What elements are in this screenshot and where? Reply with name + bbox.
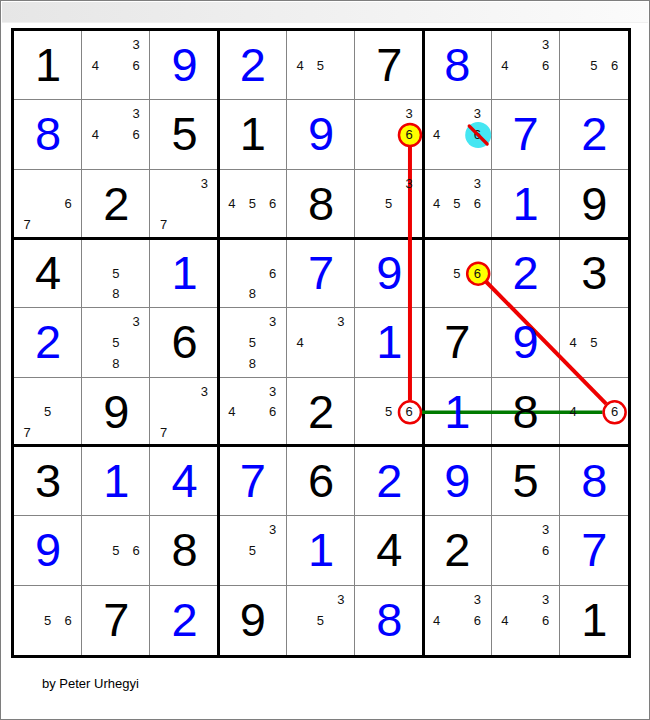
given-digit: 3 <box>581 249 606 296</box>
given-digit: 9 <box>103 388 128 435</box>
candidate-digit: 5 <box>584 332 605 353</box>
candidate-digit: 6 <box>467 193 487 214</box>
candidate-digit: 3 <box>262 381 282 402</box>
solved-digit: 9 <box>376 249 401 296</box>
cell-r4c7[interactable]: 56 <box>423 239 491 308</box>
cell-r8c2[interactable]: 56 <box>82 516 150 585</box>
pencil-marks: 56 <box>358 381 419 443</box>
pencil-marks: 56 <box>563 34 625 96</box>
cell-r7c4[interactable]: 7 <box>219 447 287 516</box>
solved-digit: 9 <box>35 526 60 573</box>
cell-r6c3[interactable]: 37 <box>150 378 218 447</box>
cell-r4c6[interactable]: 9 <box>355 239 423 308</box>
candidate-digit: 3 <box>535 519 555 540</box>
candidate-digit: 4 <box>426 610 446 631</box>
candidate-digit: 5 <box>106 540 126 561</box>
cell-r8c1[interactable]: 9 <box>14 516 82 585</box>
candidate-digit: 6 <box>126 55 146 76</box>
candidate-digit: 4 <box>426 193 446 214</box>
pencil-marks: 56 <box>426 242 487 304</box>
cell-r1c3[interactable]: 9 <box>150 31 218 100</box>
cell-r9c8[interactable]: 346 <box>492 586 560 655</box>
candidate-digit: 6 <box>262 401 282 422</box>
candidate-digit: 4 <box>222 193 242 214</box>
candidate-digit: 3 <box>331 589 351 610</box>
given-digit: 4 <box>376 526 401 573</box>
solved-digit: 7 <box>581 526 606 573</box>
candidate-digit: 6 <box>58 193 78 214</box>
candidate-digit: 5 <box>106 263 126 284</box>
candidate-digit: 5 <box>106 332 126 353</box>
cell-r2c2[interactable]: 346 <box>82 100 150 169</box>
candidate-digit: 4 <box>426 124 446 145</box>
given-digit: 4 <box>35 249 60 296</box>
cell-r7c2[interactable]: 1 <box>82 447 150 516</box>
cell-r8c6[interactable]: 4 <box>355 516 423 585</box>
cell-r4c9[interactable]: 3 <box>560 239 628 308</box>
solved-digit: 8 <box>581 457 606 504</box>
cell-r2c3[interactable]: 5 <box>150 100 218 169</box>
cell-r5c3[interactable]: 6 <box>150 308 218 377</box>
given-digit: 7 <box>103 596 128 643</box>
pencil-marks: 45 <box>563 311 625 373</box>
solved-digit: 1 <box>444 388 469 435</box>
cell-r9c9[interactable]: 1 <box>560 586 628 655</box>
solved-digit: 7 <box>240 457 265 504</box>
pencil-marks: 36 <box>358 103 419 165</box>
solved-digit: 2 <box>240 41 265 88</box>
given-digit: 5 <box>513 457 538 504</box>
pencil-marks: 346 <box>85 103 146 165</box>
cell-r2c7[interactable]: 346 <box>423 100 491 169</box>
cell-r4c1[interactable]: 4 <box>14 239 82 308</box>
given-digit: 1 <box>581 596 606 643</box>
given-digit: 7 <box>376 41 401 88</box>
pencil-marks: 57 <box>17 381 78 443</box>
pencil-marks: 346 <box>495 34 556 96</box>
pencil-marks: 35 <box>290 589 351 652</box>
given-digit: 7 <box>444 318 469 365</box>
candidate-digit: 7 <box>17 422 37 443</box>
given-digit: 2 <box>444 526 469 573</box>
pencil-marks: 37 <box>153 381 214 443</box>
cell-r5c4[interactable]: 358 <box>219 308 287 377</box>
solved-digit: 2 <box>581 110 606 157</box>
cell-r5c2[interactable]: 358 <box>82 308 150 377</box>
cell-r4c2[interactable]: 58 <box>82 239 150 308</box>
candidate-digit: 6 <box>126 124 146 145</box>
candidate-digit: 3 <box>467 589 487 610</box>
solved-digit: 1 <box>376 318 401 365</box>
cell-r5c7[interactable]: 7 <box>423 308 491 377</box>
candidate-digit: 3 <box>331 311 351 332</box>
pencil-marks: 456 <box>222 173 283 235</box>
candidate-digit: 6 <box>467 263 487 284</box>
solved-digit: 9 <box>444 457 469 504</box>
candidate-digit: 5 <box>37 401 57 422</box>
pencil-marks: 346 <box>222 381 283 443</box>
candidate-digit: 4 <box>563 332 584 353</box>
sudoku-grid: 1346924578346568346519363467267237456835… <box>14 31 628 655</box>
candidate-digit: 6 <box>535 610 555 631</box>
pencil-marks: 346 <box>495 589 556 652</box>
pencil-marks: 34 <box>290 311 351 373</box>
cell-r4c4[interactable]: 68 <box>219 239 287 308</box>
candidate-digit: 4 <box>495 55 515 76</box>
candidate-digit: 5 <box>37 610 57 631</box>
top-gradient-bar <box>2 2 648 23</box>
candidate-digit: 6 <box>467 610 487 631</box>
candidate-digit: 4 <box>563 401 584 422</box>
cell-r6c5[interactable]: 2 <box>287 378 355 447</box>
solved-digit: 2 <box>513 249 538 296</box>
solved-digit: 7 <box>513 110 538 157</box>
cell-r2c4[interactable]: 1 <box>219 100 287 169</box>
candidate-digit: 3 <box>535 34 555 55</box>
cell-r6c2[interactable]: 9 <box>82 378 150 447</box>
pencil-marks: 56 <box>17 589 78 652</box>
candidate-digit: 6 <box>399 401 419 422</box>
candidate-digit: 7 <box>153 214 173 235</box>
candidate-digit: 5 <box>242 540 262 561</box>
candidate-digit: 3 <box>399 103 419 124</box>
candidate-digit: 4 <box>85 124 105 145</box>
candidate-digit: 3 <box>126 103 146 124</box>
cell-r9c7[interactable]: 346 <box>423 586 491 655</box>
cell-r6c1[interactable]: 57 <box>14 378 82 447</box>
given-digit: 1 <box>35 41 60 88</box>
cell-r9c3[interactable]: 2 <box>150 586 218 655</box>
candidate-digit: 3 <box>194 173 214 194</box>
cell-r8c5[interactable]: 1 <box>287 516 355 585</box>
cell-r6c6[interactable]: 56 <box>355 378 423 447</box>
given-digit: 9 <box>581 180 606 227</box>
cell-r2c5[interactable]: 9 <box>287 100 355 169</box>
cell-r5c1[interactable]: 2 <box>14 308 82 377</box>
candidate-digit: 6 <box>399 124 419 145</box>
candidate-digit: 5 <box>242 332 262 353</box>
cell-r1c2[interactable]: 346 <box>82 31 150 100</box>
cell-r6c9[interactable]: 46 <box>560 378 628 447</box>
pencil-marks: 358 <box>222 311 283 373</box>
cell-r7c5[interactable]: 6 <box>287 447 355 516</box>
cell-r1c9[interactable]: 56 <box>560 31 628 100</box>
cell-r1c7[interactable]: 8 <box>423 31 491 100</box>
candidate-digit: 4 <box>290 55 310 76</box>
box-divider-horizontal-2 <box>14 444 628 447</box>
pencil-marks: 358 <box>85 311 146 373</box>
candidate-digit: 5 <box>310 55 330 76</box>
candidate-digit: 3 <box>262 311 282 332</box>
cell-r2c6[interactable]: 36 <box>355 100 423 169</box>
candidate-digit: 6 <box>535 55 555 76</box>
candidate-digit: 8 <box>242 353 262 374</box>
pencil-marks: 3456 <box>426 173 487 235</box>
box-divider-vertical-1 <box>217 31 220 655</box>
solved-digit: 9 <box>171 41 196 88</box>
pencil-marks: 37 <box>153 173 214 235</box>
cell-r1c5[interactable]: 45 <box>287 31 355 100</box>
cell-r3c6[interactable]: 35 <box>355 170 423 239</box>
cell-r6c4[interactable]: 346 <box>219 378 287 447</box>
pencil-marks: 36 <box>495 519 556 581</box>
cell-r4c3[interactable]: 1 <box>150 239 218 308</box>
cell-r3c4[interactable]: 456 <box>219 170 287 239</box>
cell-r8c9[interactable]: 7 <box>560 516 628 585</box>
solved-digit: 1 <box>513 180 538 227</box>
cell-r9c4[interactable]: 9 <box>219 586 287 655</box>
solved-digit: 1 <box>308 526 333 573</box>
candidate-digit: 4 <box>222 401 242 422</box>
cell-r8c7[interactable]: 2 <box>423 516 491 585</box>
solved-digit: 1 <box>103 457 128 504</box>
solved-digit: 1 <box>171 249 196 296</box>
cell-r7c8[interactable]: 5 <box>492 447 560 516</box>
cell-r9c2[interactable]: 7 <box>82 586 150 655</box>
cell-r5c5[interactable]: 34 <box>287 308 355 377</box>
cell-r1c1[interactable]: 1 <box>14 31 82 100</box>
solved-digit: 8 <box>35 110 60 157</box>
cell-r9c6[interactable]: 8 <box>355 586 423 655</box>
pencil-marks: 346 <box>426 103 487 165</box>
candidate-digit: 7 <box>153 422 173 443</box>
candidate-digit: 6 <box>604 55 625 76</box>
cell-r8c3[interactable]: 8 <box>150 516 218 585</box>
candidate-digit: 6 <box>262 193 282 214</box>
candidate-digit: 5 <box>242 193 262 214</box>
candidate-digit: 3 <box>126 34 146 55</box>
given-digit: 1 <box>240 110 265 157</box>
cell-r2c9[interactable]: 2 <box>560 100 628 169</box>
cell-r7c6[interactable]: 2 <box>355 447 423 516</box>
cell-r3c3[interactable]: 37 <box>150 170 218 239</box>
cell-r2c1[interactable]: 8 <box>14 100 82 169</box>
candidate-digit: 3 <box>194 381 214 402</box>
given-digit: 8 <box>171 526 196 573</box>
cell-r5c8[interactable]: 9 <box>492 308 560 377</box>
solved-digit: 2 <box>171 596 196 643</box>
given-digit: 8 <box>308 180 333 227</box>
cell-r4c5[interactable]: 7 <box>287 239 355 308</box>
pencil-marks: 35 <box>358 173 419 235</box>
solved-digit: 9 <box>513 318 538 365</box>
pencil-marks: 346 <box>426 589 487 652</box>
candidate-digit: 5 <box>447 193 467 214</box>
candidate-digit: 4 <box>290 332 310 353</box>
pencil-marks: 68 <box>222 242 283 304</box>
cell-r3c9[interactable]: 9 <box>560 170 628 239</box>
given-digit: 5 <box>171 110 196 157</box>
candidate-digit: 4 <box>85 55 105 76</box>
candidate-digit: 6 <box>535 540 555 561</box>
pencil-marks: 346 <box>85 34 146 96</box>
candidate-digit: 6 <box>604 401 625 422</box>
author-credit: by Peter Urhegyi <box>42 676 139 691</box>
solved-digit: 8 <box>444 41 469 88</box>
cell-r1c8[interactable]: 346 <box>492 31 560 100</box>
cell-r3c7[interactable]: 3456 <box>423 170 491 239</box>
cell-r7c3[interactable]: 4 <box>150 447 218 516</box>
page: { "game": "sudoku", "position": "1.92.78… <box>0 0 650 720</box>
cell-r3c2[interactable]: 2 <box>82 170 150 239</box>
candidate-digit: 8 <box>242 284 262 305</box>
pencil-marks: 67 <box>17 173 78 235</box>
cell-r7c1[interactable]: 3 <box>14 447 82 516</box>
candidate-digit: 3 <box>399 173 419 194</box>
solved-digit: 2 <box>376 457 401 504</box>
candidate-digit: 8 <box>106 353 126 374</box>
cell-r3c5[interactable]: 8 <box>287 170 355 239</box>
cell-r6c7[interactable]: 1 <box>423 378 491 447</box>
candidate-digit: 3 <box>467 173 487 194</box>
solved-digit: 2 <box>35 318 60 365</box>
cell-r5c6[interactable]: 1 <box>355 308 423 377</box>
given-digit: 2 <box>103 180 128 227</box>
cell-r1c4[interactable]: 2 <box>219 31 287 100</box>
candidate-digit: 5 <box>379 193 399 214</box>
cell-r3c1[interactable]: 67 <box>14 170 82 239</box>
candidate-digit: 7 <box>17 214 37 235</box>
given-digit: 3 <box>35 457 60 504</box>
box-divider-horizontal-1 <box>14 237 628 240</box>
candidate-digit: 6 <box>262 263 282 284</box>
candidate-digit: 6 <box>58 610 78 631</box>
pencil-marks: 56 <box>85 519 146 581</box>
candidate-digit: 6 <box>467 124 487 145</box>
candidate-digit: 3 <box>467 103 487 124</box>
given-digit: 8 <box>513 388 538 435</box>
candidate-digit: 5 <box>310 610 330 631</box>
cell-r2c8[interactable]: 7 <box>492 100 560 169</box>
solved-digit: 8 <box>376 596 401 643</box>
cell-r9c5[interactable]: 35 <box>287 586 355 655</box>
pencil-marks: 58 <box>85 242 146 304</box>
given-digit: 6 <box>171 318 196 365</box>
candidate-digit: 6 <box>126 540 146 561</box>
cell-r5c9[interactable]: 45 <box>560 308 628 377</box>
candidate-digit: 3 <box>262 519 282 540</box>
box-divider-vertical-2 <box>422 31 425 655</box>
cell-r8c8[interactable]: 36 <box>492 516 560 585</box>
solved-digit: 9 <box>308 110 333 157</box>
cell-r9c1[interactable]: 56 <box>14 586 82 655</box>
sudoku-board: 1346924578346568346519363467267237456835… <box>11 28 631 658</box>
candidate-digit: 5 <box>584 55 605 76</box>
candidate-digit: 5 <box>379 401 399 422</box>
cell-r1c6[interactable]: 7 <box>355 31 423 100</box>
solved-digit: 7 <box>308 249 333 296</box>
cell-r8c4[interactable]: 35 <box>219 516 287 585</box>
pencil-marks: 45 <box>290 34 351 96</box>
candidate-digit: 3 <box>535 589 555 610</box>
cell-r4c8[interactable]: 2 <box>492 239 560 308</box>
given-digit: 9 <box>240 596 265 643</box>
candidate-digit: 3 <box>126 311 146 332</box>
given-digit: 6 <box>308 457 333 504</box>
candidate-digit: 5 <box>447 263 467 284</box>
cell-r3c8[interactable]: 1 <box>492 170 560 239</box>
cell-r7c9[interactable]: 8 <box>560 447 628 516</box>
solved-digit: 4 <box>171 457 196 504</box>
cell-r7c7[interactable]: 9 <box>423 447 491 516</box>
pencil-marks: 35 <box>222 519 283 581</box>
cell-r6c8[interactable]: 8 <box>492 378 560 447</box>
given-digit: 2 <box>308 388 333 435</box>
candidate-digit: 4 <box>495 610 515 631</box>
candidate-digit: 8 <box>106 284 126 305</box>
pencil-marks: 46 <box>563 381 625 443</box>
